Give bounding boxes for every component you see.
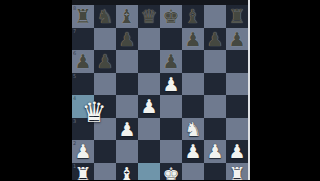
- rank-coordinate-label: 7: [73, 28, 76, 34]
- square-f5[interactable]: [182, 73, 204, 96]
- piece-white-pawn-d4[interactable]: ♟: [138, 95, 160, 118]
- square-c7[interactable]: ♟: [116, 28, 138, 51]
- piece-black-pawn-f7[interactable]: ♟: [182, 28, 204, 51]
- square-f1[interactable]: [182, 163, 204, 181]
- square-f8[interactable]: ♝: [182, 5, 204, 28]
- page-edge-line: [248, 0, 250, 180]
- square-a6[interactable]: 6♟: [72, 50, 94, 73]
- square-g8[interactable]: [204, 5, 226, 28]
- square-f7[interactable]: ♟: [182, 28, 204, 51]
- square-b8[interactable]: ♞: [94, 5, 116, 28]
- square-e3[interactable]: [160, 118, 182, 141]
- square-g4[interactable]: [204, 95, 226, 118]
- square-b2[interactable]: [94, 140, 116, 163]
- square-h2[interactable]: ♟: [226, 140, 248, 163]
- square-c6[interactable]: [116, 50, 138, 73]
- piece-black-queen-d8[interactable]: ♛: [138, 5, 160, 28]
- square-e2[interactable]: [160, 140, 182, 163]
- square-d8[interactable]: ♛: [138, 5, 160, 28]
- piece-black-pawn-g7[interactable]: ♟: [204, 28, 226, 51]
- square-d3[interactable]: [138, 118, 160, 141]
- square-a2[interactable]: 2♟: [72, 140, 94, 163]
- screenshot-stage: 8♜♞♝♛♚♝♜7♟♟♟♟6♟♟♟5♟4♟3♟♞2♟♟♟♟1♜♝♚♜ ♛: [0, 0, 320, 180]
- piece-white-pawn-e5[interactable]: ♟: [160, 73, 182, 96]
- piece-white-rook-a1[interactable]: ♜: [72, 163, 94, 181]
- piece-black-pawn-h7[interactable]: ♟: [226, 28, 248, 51]
- square-a1[interactable]: 1♜: [72, 163, 94, 181]
- square-g2[interactable]: ♟: [204, 140, 226, 163]
- piece-black-bishop-c8[interactable]: ♝: [116, 5, 138, 28]
- square-c3[interactable]: ♟: [116, 118, 138, 141]
- letterbox-right: [250, 0, 320, 180]
- moving-piece-white-queen[interactable]: ♛: [77, 99, 111, 126]
- piece-black-king-e8[interactable]: ♚: [160, 5, 182, 28]
- square-a8[interactable]: 8♜: [72, 5, 94, 28]
- square-d5[interactable]: [138, 73, 160, 96]
- piece-white-knight-f3[interactable]: ♞: [182, 118, 204, 141]
- square-d4[interactable]: ♟: [138, 95, 160, 118]
- square-g3[interactable]: [204, 118, 226, 141]
- piece-white-pawn-g2[interactable]: ♟: [204, 140, 226, 163]
- piece-black-knight-b8[interactable]: ♞: [94, 5, 116, 28]
- square-e5[interactable]: ♟: [160, 73, 182, 96]
- rank-coordinate-label: 3: [73, 118, 76, 124]
- square-h8[interactable]: ♜: [226, 5, 248, 28]
- piece-black-rook-h8[interactable]: ♜: [226, 5, 248, 28]
- square-f4[interactable]: [182, 95, 204, 118]
- square-h4[interactable]: [226, 95, 248, 118]
- square-b5[interactable]: [94, 73, 116, 96]
- piece-white-king-e1[interactable]: ♚: [160, 163, 182, 181]
- square-h1[interactable]: ♜: [226, 163, 248, 181]
- square-f6[interactable]: [182, 50, 204, 73]
- rank-coordinate-label: 4: [73, 95, 76, 101]
- chess-board[interactable]: 8♜♞♝♛♚♝♜7♟♟♟♟6♟♟♟5♟4♟3♟♞2♟♟♟♟1♜♝♚♜: [72, 5, 248, 180]
- piece-black-pawn-a6[interactable]: ♟: [72, 50, 94, 73]
- piece-white-rook-h1[interactable]: ♜: [226, 163, 248, 181]
- square-b1[interactable]: [94, 163, 116, 181]
- square-h7[interactable]: ♟: [226, 28, 248, 51]
- square-c1[interactable]: ♝: [116, 163, 138, 181]
- square-c5[interactable]: [116, 73, 138, 96]
- piece-black-pawn-b6[interactable]: ♟: [94, 50, 116, 73]
- piece-black-pawn-e6[interactable]: ♟: [160, 50, 182, 73]
- square-d1[interactable]: [138, 163, 160, 181]
- piece-white-pawn-a2[interactable]: ♟: [72, 140, 94, 163]
- square-h3[interactable]: [226, 118, 248, 141]
- letterbox-left: [0, 0, 72, 180]
- piece-white-pawn-h2[interactable]: ♟: [226, 140, 248, 163]
- square-d6[interactable]: [138, 50, 160, 73]
- piece-white-bishop-c1[interactable]: ♝: [116, 163, 138, 181]
- square-h5[interactable]: [226, 73, 248, 96]
- rank-coordinate-label: 5: [73, 73, 76, 79]
- piece-white-pawn-c3[interactable]: ♟: [116, 118, 138, 141]
- square-g1[interactable]: [204, 163, 226, 181]
- square-a7[interactable]: 7: [72, 28, 94, 51]
- square-b6[interactable]: ♟: [94, 50, 116, 73]
- square-b7[interactable]: [94, 28, 116, 51]
- piece-black-rook-a8[interactable]: ♜: [72, 5, 94, 28]
- square-e8[interactable]: ♚: [160, 5, 182, 28]
- square-g5[interactable]: [204, 73, 226, 96]
- square-c2[interactable]: [116, 140, 138, 163]
- square-a5[interactable]: 5: [72, 73, 94, 96]
- piece-white-pawn-f2[interactable]: ♟: [182, 140, 204, 163]
- square-h6[interactable]: [226, 50, 248, 73]
- square-e1[interactable]: ♚: [160, 163, 182, 181]
- square-e6[interactable]: ♟: [160, 50, 182, 73]
- square-c8[interactable]: ♝: [116, 5, 138, 28]
- piece-black-pawn-c7[interactable]: ♟: [116, 28, 138, 51]
- top-bar-sliver: [72, 0, 248, 5]
- square-e7[interactable]: [160, 28, 182, 51]
- square-f2[interactable]: ♟: [182, 140, 204, 163]
- square-d2[interactable]: [138, 140, 160, 163]
- square-d7[interactable]: [138, 28, 160, 51]
- square-c4[interactable]: [116, 95, 138, 118]
- piece-black-bishop-f8[interactable]: ♝: [182, 5, 204, 28]
- square-g6[interactable]: [204, 50, 226, 73]
- square-g7[interactable]: ♟: [204, 28, 226, 51]
- square-f3[interactable]: ♞: [182, 118, 204, 141]
- square-e4[interactable]: [160, 95, 182, 118]
